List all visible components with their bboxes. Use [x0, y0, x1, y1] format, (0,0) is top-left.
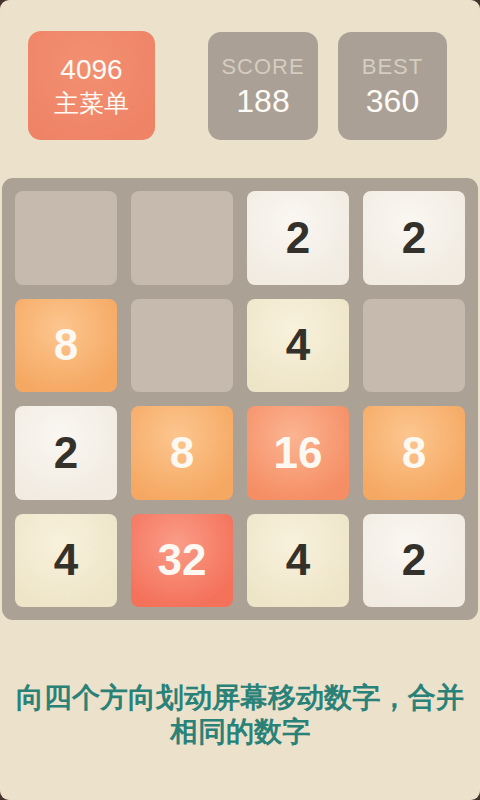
best-box: BEST 360 [338, 32, 447, 140]
tile-2-r3c1: 2 [15, 406, 117, 500]
tile-16-r3c3: 16 [247, 406, 349, 500]
score-box: SCORE 188 [208, 32, 318, 140]
empty-cell-r1c2 [131, 191, 233, 285]
menu-button-subtitle: 主菜单 [54, 91, 129, 116]
menu-button[interactable]: 4096 主菜单 [28, 31, 155, 140]
score-value: 188 [236, 86, 289, 116]
instructions-line-1: 向四个方向划动屏幕移动数字，合并 [0, 681, 480, 715]
tile-32-r4c2: 32 [131, 514, 233, 608]
instructions-line-2: 相同的数字 [0, 715, 480, 749]
tile-4-r4c1: 4 [15, 514, 117, 608]
tile-8-r3c4: 8 [363, 406, 465, 500]
menu-button-title: 4096 [60, 56, 122, 84]
instructions-text: 向四个方向划动屏幕移动数字，合并 相同的数字 [0, 681, 480, 749]
tile-2-r4c4: 2 [363, 514, 465, 608]
empty-cell-r1c1 [15, 191, 117, 285]
best-value: 360 [366, 86, 419, 116]
empty-cell-r2c4 [363, 299, 465, 393]
best-label: BEST [362, 56, 423, 78]
app-screen: 4096 主菜单 SCORE 188 BEST 360 228428168432… [0, 0, 480, 800]
tile-2-r1c3: 2 [247, 191, 349, 285]
tile-4-r4c3: 4 [247, 514, 349, 608]
tile-8-r3c2: 8 [131, 406, 233, 500]
tile-2-r1c4: 2 [363, 191, 465, 285]
game-board[interactable]: 22842816843242 [2, 178, 478, 620]
score-label: SCORE [221, 56, 304, 78]
empty-cell-r2c2 [131, 299, 233, 393]
tile-4-r2c3: 4 [247, 299, 349, 393]
tile-8-r2c1: 8 [15, 299, 117, 393]
